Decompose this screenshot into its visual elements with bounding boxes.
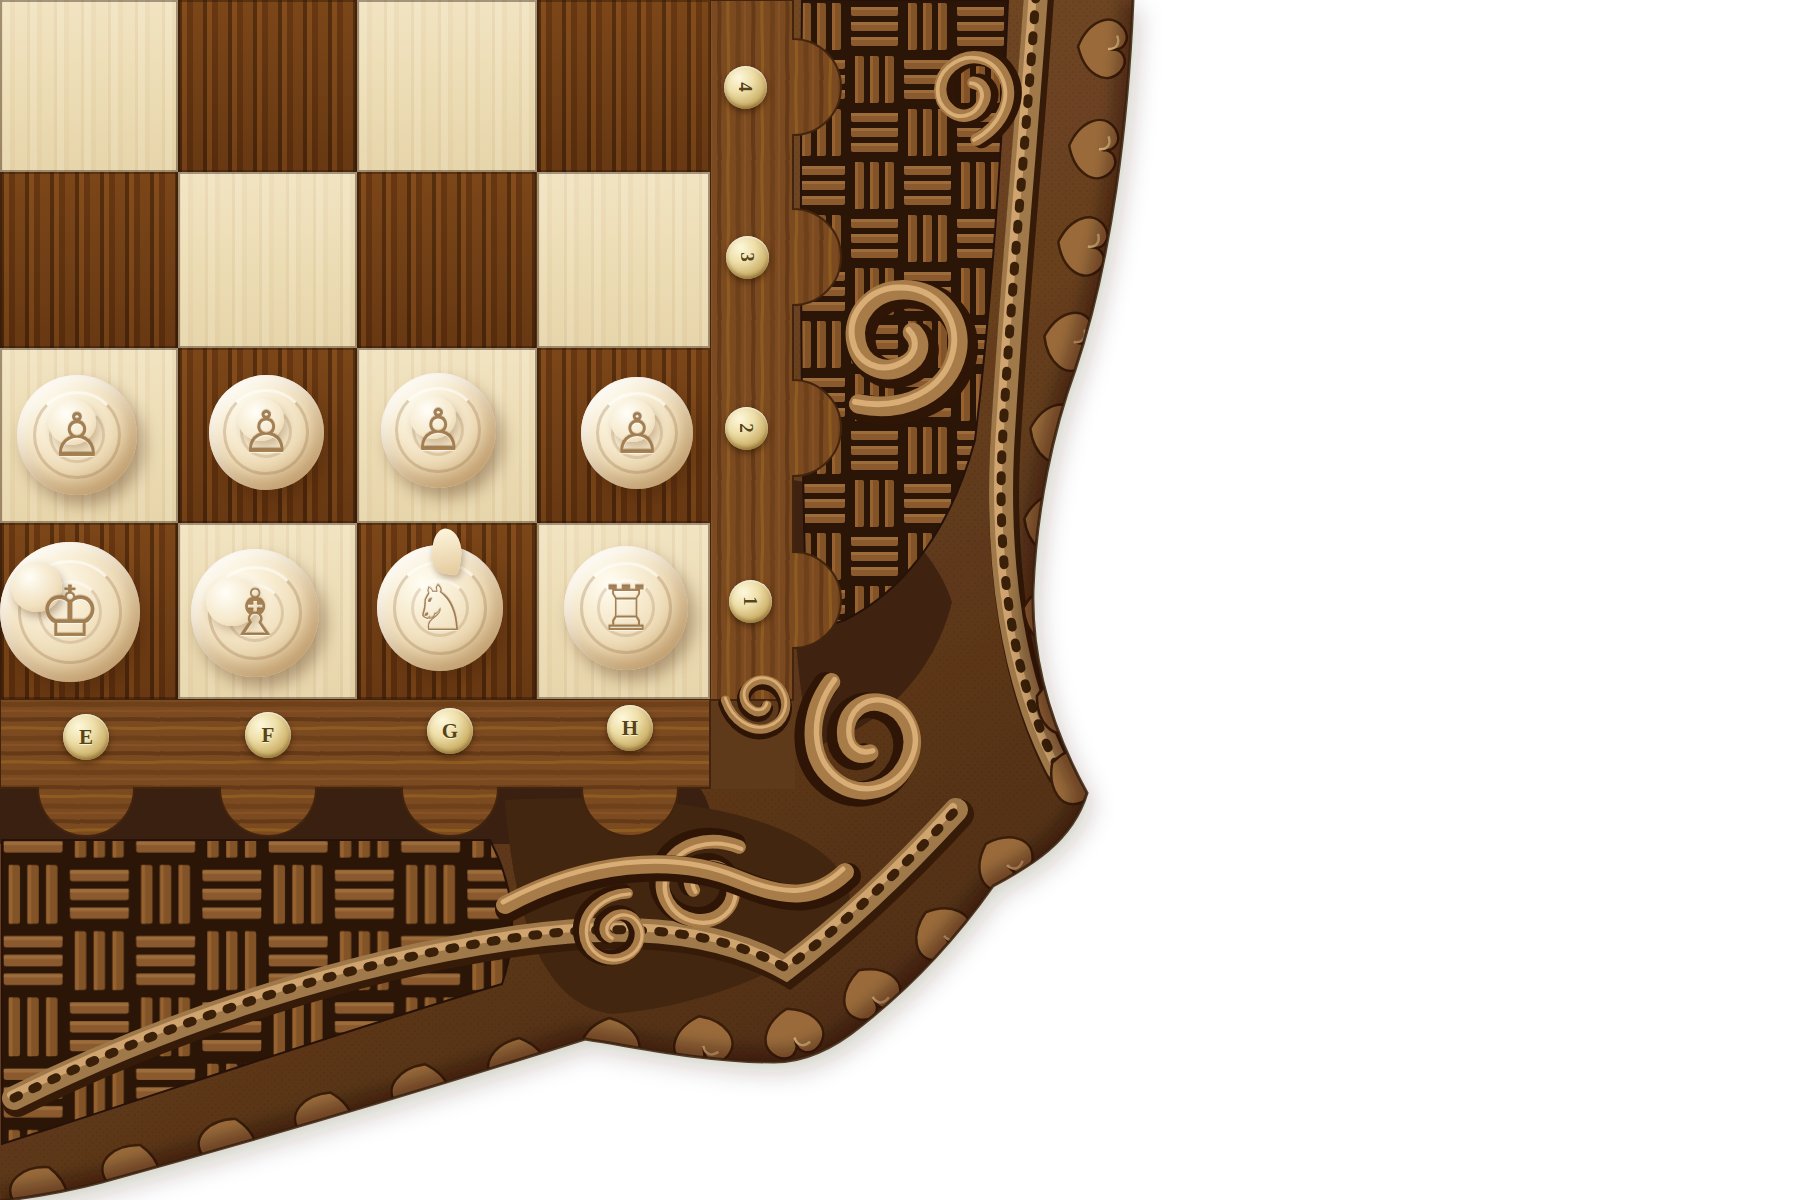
piece-white-pawn-f2[interactable]: ♙ <box>209 375 324 490</box>
white-pawn-glyph: ♙ <box>381 373 496 488</box>
rank-pin-4: 4 <box>724 66 767 109</box>
rank-pin-1: 1 <box>729 580 772 623</box>
square-g4[interactable] <box>357 0 537 172</box>
file-pin-f-label: F <box>262 723 275 748</box>
square-g3[interactable] <box>357 172 537 348</box>
square-f3[interactable] <box>178 172 357 348</box>
white-pawn-glyph: ♙ <box>209 375 324 490</box>
rank-pin-3-label: 3 <box>736 252 758 262</box>
white-bishop-glyph: ♗ <box>191 549 319 677</box>
file-pin-e: E <box>63 714 109 760</box>
file-pin-g-label: G <box>442 719 458 744</box>
white-knight-glyph: ♘ <box>377 545 503 671</box>
file-pin-h: H <box>607 705 653 751</box>
piece-white-knight-g1[interactable]: ♘ <box>377 545 503 671</box>
file-pin-g: G <box>427 708 473 754</box>
piece-white-pawn-g2[interactable]: ♙ <box>381 373 496 488</box>
white-rook-glyph: ♖ <box>564 546 688 670</box>
rank-pin-4-label: 4 <box>734 82 756 92</box>
rank-pin-2-label: 2 <box>735 423 757 433</box>
rank-pin-3: 3 <box>726 236 769 279</box>
piece-white-bishop-f1[interactable]: ♗ <box>191 549 319 677</box>
white-king-glyph: ♔ <box>0 542 140 682</box>
piece-white-pawn-e2[interactable]: ♙ <box>17 375 137 495</box>
file-pin-h-label: H <box>622 716 638 741</box>
square-h4[interactable] <box>537 0 710 172</box>
rank-pin-2: 2 <box>725 407 768 450</box>
file-pin-f: F <box>245 712 291 758</box>
white-pawn-glyph: ♙ <box>581 377 693 489</box>
white-pawn-glyph: ♙ <box>17 375 137 495</box>
square-e4[interactable] <box>0 0 178 172</box>
rank-pin-1-label: 1 <box>739 596 761 606</box>
file-pin-e-label: E <box>79 725 93 750</box>
product-photo: ♔ ♗ ♘ ♖ ♙ ♙ ♙ ♙ 4 3 2 <box>0 0 1800 1200</box>
piece-white-king-e1[interactable]: ♔ <box>0 542 140 682</box>
square-e3[interactable] <box>0 172 178 348</box>
piece-white-rook-h1[interactable]: ♖ <box>564 546 688 670</box>
square-h3[interactable] <box>537 172 710 348</box>
square-f4[interactable] <box>178 0 357 172</box>
piece-white-pawn-h2[interactable]: ♙ <box>581 377 693 489</box>
